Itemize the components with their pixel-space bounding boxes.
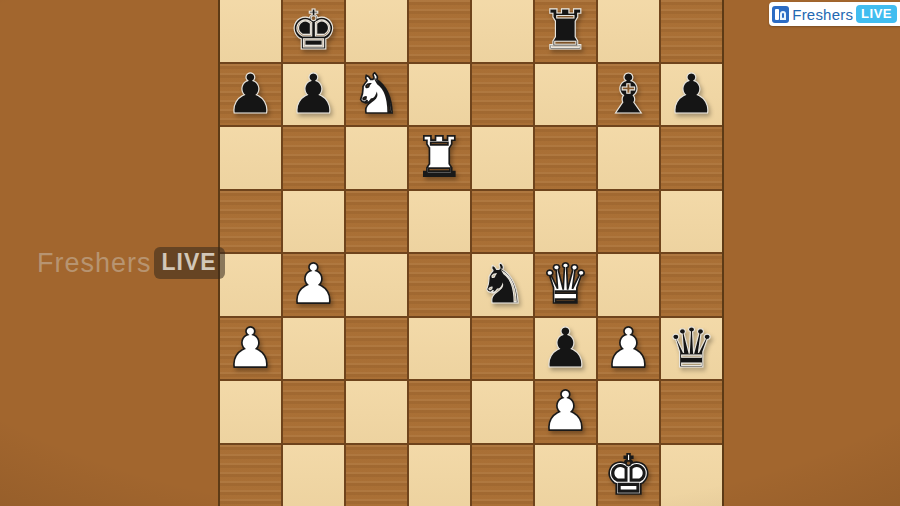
square-a1	[220, 445, 281, 506]
square-c3	[346, 318, 407, 380]
white-pawn: ♟	[289, 257, 338, 312]
square-e4: ♞	[472, 254, 533, 316]
square-a7: ♟	[220, 64, 281, 126]
square-a3: ♟	[220, 318, 281, 380]
square-a6	[220, 127, 281, 189]
square-a4	[220, 254, 281, 316]
square-g6	[598, 127, 659, 189]
black-pawn: ♟	[226, 67, 275, 122]
freshers-logo-icon	[772, 6, 789, 23]
chess-board: ♚♜♟♟♞♝♟♜♟♞♛♟♟♟♛♟♚	[218, 0, 724, 506]
square-h3: ♛	[661, 318, 722, 380]
square-c7: ♞	[346, 64, 407, 126]
square-c1	[346, 445, 407, 506]
freshers-live-logo[interactable]: Freshers LIVE	[769, 2, 900, 26]
square-g1: ♚	[598, 445, 659, 506]
square-b7: ♟	[283, 64, 344, 126]
square-d6: ♜	[409, 127, 470, 189]
black-king: ♚	[289, 3, 338, 58]
black-pawn: ♟	[541, 321, 590, 376]
black-pawn: ♟	[667, 67, 716, 122]
square-b1	[283, 445, 344, 506]
square-c8	[346, 0, 407, 62]
square-d2	[409, 381, 470, 443]
black-knight: ♞	[478, 257, 527, 312]
square-e8	[472, 0, 533, 62]
square-g5	[598, 191, 659, 253]
square-f1	[535, 445, 596, 506]
white-rook: ♜	[415, 130, 464, 185]
square-h2	[661, 381, 722, 443]
white-pawn: ♟	[604, 321, 653, 376]
square-b8: ♚	[283, 0, 344, 62]
black-pawn: ♟	[289, 67, 338, 122]
square-c4	[346, 254, 407, 316]
white-pawn: ♟	[226, 321, 275, 376]
square-e7	[472, 64, 533, 126]
square-h6	[661, 127, 722, 189]
square-g2	[598, 381, 659, 443]
square-d7	[409, 64, 470, 126]
square-a2	[220, 381, 281, 443]
square-b3	[283, 318, 344, 380]
watermark: Freshers LIVE	[37, 247, 225, 279]
square-g8	[598, 0, 659, 62]
square-h8	[661, 0, 722, 62]
square-e5	[472, 191, 533, 253]
square-e6	[472, 127, 533, 189]
square-a8	[220, 0, 281, 62]
watermark-brand-text: Freshers	[37, 248, 152, 279]
square-b6	[283, 127, 344, 189]
square-c6	[346, 127, 407, 189]
square-f7	[535, 64, 596, 126]
white-knight: ♞	[352, 67, 401, 122]
white-pawn: ♟	[541, 384, 590, 439]
square-b4: ♟	[283, 254, 344, 316]
square-e3	[472, 318, 533, 380]
square-d3	[409, 318, 470, 380]
square-f6	[535, 127, 596, 189]
watermark-live-badge: LIVE	[154, 247, 225, 279]
square-b2	[283, 381, 344, 443]
square-e1	[472, 445, 533, 506]
square-g7: ♝	[598, 64, 659, 126]
black-queen: ♛	[667, 321, 716, 376]
square-d1	[409, 445, 470, 506]
square-f2: ♟	[535, 381, 596, 443]
logo-live-badge: LIVE	[856, 5, 897, 23]
square-g3: ♟	[598, 318, 659, 380]
white-king: ♚	[604, 448, 653, 503]
square-h4	[661, 254, 722, 316]
square-f5	[535, 191, 596, 253]
square-a5	[220, 191, 281, 253]
square-f3: ♟	[535, 318, 596, 380]
square-h7: ♟	[661, 64, 722, 126]
square-d4	[409, 254, 470, 316]
square-d8	[409, 0, 470, 62]
square-f4: ♛	[535, 254, 596, 316]
square-b5	[283, 191, 344, 253]
square-h1	[661, 445, 722, 506]
square-c5	[346, 191, 407, 253]
square-f8: ♜	[535, 0, 596, 62]
black-rook: ♜	[541, 3, 590, 58]
logo-brand-text: Freshers	[792, 6, 853, 23]
square-c2	[346, 381, 407, 443]
square-e2	[472, 381, 533, 443]
black-bishop: ♝	[604, 67, 653, 122]
square-h5	[661, 191, 722, 253]
square-g4	[598, 254, 659, 316]
white-queen: ♛	[541, 257, 590, 312]
square-d5	[409, 191, 470, 253]
